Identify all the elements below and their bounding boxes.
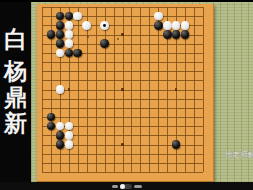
white-stone [154, 12, 163, 21]
white-stone [163, 21, 172, 30]
white-stone [56, 49, 65, 58]
grid-line-horizontal [42, 172, 203, 173]
white-stone [65, 30, 74, 39]
white-stone [56, 122, 65, 131]
video-frame: 白杨鼎新 徐老师解 [0, 0, 253, 190]
black-stone [163, 30, 172, 39]
go-board[interactable] [37, 4, 214, 182]
white-stone [65, 140, 74, 149]
white-stone [65, 122, 74, 131]
toggle-pill[interactable] [120, 184, 132, 189]
black-stone [172, 140, 181, 149]
black-stone [56, 21, 65, 30]
grid-line-vertical [203, 7, 204, 172]
black-stone [73, 49, 82, 58]
playback-controls [110, 183, 144, 189]
grid-line-horizontal [42, 154, 203, 155]
sidebar-char: 杨 [0, 59, 31, 83]
right-caption-text: 徐老师解 [225, 150, 253, 160]
grid-line-vertical [149, 7, 150, 172]
star-point [121, 33, 124, 36]
white-stone [56, 85, 65, 94]
sidebar-char: 鼎 [0, 85, 31, 109]
white-stone [181, 21, 190, 30]
sidebar-char: 白 [0, 27, 31, 51]
black-stone [56, 12, 65, 21]
white-stone [65, 21, 74, 30]
black-stone [47, 122, 56, 131]
toggle-knob[interactable] [120, 184, 125, 189]
grid-line-vertical [194, 7, 195, 172]
player-name-sidebar: 白杨鼎新 [0, 2, 31, 182]
black-stone [47, 30, 56, 39]
white-stone [73, 12, 82, 21]
grid-line-vertical [140, 7, 141, 172]
black-stone [65, 12, 74, 21]
grid-line-horizontal [42, 117, 203, 118]
caption-glyph-right [134, 185, 142, 188]
grid-line-horizontal [42, 99, 203, 100]
caption-glyph-left [112, 185, 118, 188]
star-point [121, 88, 124, 91]
star-point [68, 88, 71, 91]
black-stone [65, 49, 74, 58]
white-stone [65, 39, 74, 48]
black-stone [100, 39, 109, 48]
black-stone [172, 30, 181, 39]
grid-line-horizontal [42, 108, 203, 109]
board-speck-dot [117, 38, 119, 40]
white-stone [172, 21, 181, 30]
board-speck-dot [87, 36, 89, 38]
last-move-marker [103, 24, 106, 27]
grid-line-vertical [158, 7, 159, 172]
black-stone [56, 30, 65, 39]
sidebar-char: 新 [0, 111, 31, 135]
star-point [121, 143, 124, 146]
top-letterbox-bar [0, 0, 253, 2]
black-stone [56, 39, 65, 48]
black-stone [181, 30, 190, 39]
white-stone [82, 21, 91, 30]
white-stone [65, 131, 74, 140]
black-stone [47, 113, 56, 122]
black-stone [56, 140, 65, 149]
grid-line-vertical [131, 7, 132, 172]
white-stone-marked [100, 21, 109, 30]
black-stone [154, 21, 163, 30]
black-stone [56, 131, 65, 140]
grid-line-horizontal [42, 163, 203, 164]
